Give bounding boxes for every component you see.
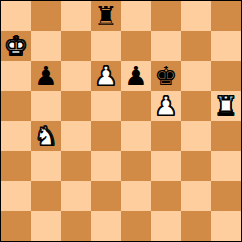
square-c7[interactable] <box>61 31 91 61</box>
chess-board: ♜♚♟♟♟♚♟♜♞ <box>0 0 242 242</box>
white-knight[interactable]: ♞ <box>34 123 57 149</box>
square-g3[interactable] <box>181 151 211 181</box>
square-f6[interactable]: ♚ <box>151 61 181 91</box>
square-g4[interactable] <box>181 121 211 151</box>
square-f1[interactable] <box>151 211 181 241</box>
square-d4[interactable] <box>91 121 121 151</box>
black-pawn[interactable]: ♟ <box>124 63 147 89</box>
square-c2[interactable] <box>61 181 91 211</box>
square-g1[interactable] <box>181 211 211 241</box>
square-e8[interactable] <box>121 1 151 31</box>
square-a8[interactable] <box>1 1 31 31</box>
square-e5[interactable] <box>121 91 151 121</box>
square-c6[interactable] <box>61 61 91 91</box>
square-d5[interactable] <box>91 91 121 121</box>
square-f5[interactable]: ♟ <box>151 91 181 121</box>
square-a5[interactable] <box>1 91 31 121</box>
square-a7[interactable]: ♚ <box>1 31 31 61</box>
square-d2[interactable] <box>91 181 121 211</box>
black-king[interactable]: ♚ <box>154 63 177 89</box>
square-c4[interactable] <box>61 121 91 151</box>
square-f2[interactable] <box>151 181 181 211</box>
square-g8[interactable] <box>181 1 211 31</box>
square-h4[interactable] <box>211 121 241 151</box>
square-h6[interactable] <box>211 61 241 91</box>
white-king[interactable]: ♚ <box>4 33 27 59</box>
square-a2[interactable] <box>1 181 31 211</box>
square-e4[interactable] <box>121 121 151 151</box>
black-rook[interactable]: ♜ <box>94 3 117 29</box>
square-f3[interactable] <box>151 151 181 181</box>
square-f8[interactable] <box>151 1 181 31</box>
square-b1[interactable] <box>31 211 61 241</box>
square-h5[interactable]: ♜ <box>211 91 241 121</box>
square-h8[interactable] <box>211 1 241 31</box>
square-b5[interactable] <box>31 91 61 121</box>
square-a4[interactable] <box>1 121 31 151</box>
square-h1[interactable] <box>211 211 241 241</box>
square-d6[interactable]: ♟ <box>91 61 121 91</box>
square-e7[interactable] <box>121 31 151 61</box>
black-pawn[interactable]: ♟ <box>34 63 57 89</box>
square-a3[interactable] <box>1 151 31 181</box>
square-d8[interactable]: ♜ <box>91 1 121 31</box>
square-g5[interactable] <box>181 91 211 121</box>
white-pawn[interactable]: ♟ <box>94 63 117 89</box>
square-b8[interactable] <box>31 1 61 31</box>
square-a6[interactable] <box>1 61 31 91</box>
square-e1[interactable] <box>121 211 151 241</box>
white-rook[interactable]: ♜ <box>214 93 237 119</box>
square-d7[interactable] <box>91 31 121 61</box>
square-f4[interactable] <box>151 121 181 151</box>
square-e2[interactable] <box>121 181 151 211</box>
square-c5[interactable] <box>61 91 91 121</box>
square-h2[interactable] <box>211 181 241 211</box>
white-pawn[interactable]: ♟ <box>154 93 177 119</box>
square-h7[interactable] <box>211 31 241 61</box>
square-c1[interactable] <box>61 211 91 241</box>
square-b7[interactable] <box>31 31 61 61</box>
square-b4[interactable]: ♞ <box>31 121 61 151</box>
square-c3[interactable] <box>61 151 91 181</box>
square-d3[interactable] <box>91 151 121 181</box>
square-h3[interactable] <box>211 151 241 181</box>
square-e3[interactable] <box>121 151 151 181</box>
square-b3[interactable] <box>31 151 61 181</box>
square-a1[interactable] <box>1 211 31 241</box>
square-g6[interactable] <box>181 61 211 91</box>
square-b6[interactable]: ♟ <box>31 61 61 91</box>
square-c8[interactable] <box>61 1 91 31</box>
square-b2[interactable] <box>31 181 61 211</box>
square-g2[interactable] <box>181 181 211 211</box>
square-e6[interactable]: ♟ <box>121 61 151 91</box>
square-f7[interactable] <box>151 31 181 61</box>
square-d1[interactable] <box>91 211 121 241</box>
square-g7[interactable] <box>181 31 211 61</box>
